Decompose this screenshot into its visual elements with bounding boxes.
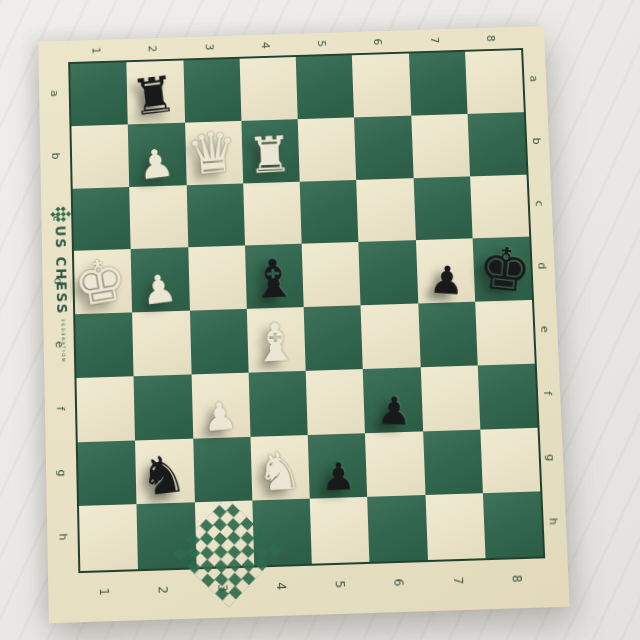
rank-label-4: 4	[263, 556, 299, 617]
rank-label-1: 1	[86, 561, 122, 622]
square-e6[interactable]	[361, 303, 420, 368]
us-chess-logo-subtext: FEDERATION	[60, 319, 66, 362]
us-chess-federation-logo: US CHESS FEDERATION	[46, 206, 77, 363]
file-label-e: e	[512, 317, 577, 341]
file-label-g: g	[29, 459, 94, 485]
vinyl-chess-board: 12345678 12345678 abcdefgh abcdefgh US C…	[38, 26, 569, 623]
square-d4[interactable]: ♝	[245, 244, 304, 309]
file-label-c: c	[507, 191, 571, 215]
square-d6[interactable]	[359, 240, 418, 305]
square-f3[interactable]: ♟	[191, 372, 250, 438]
white-pawn-d2[interactable]: ♟	[139, 269, 178, 312]
rank-label-6: 6	[367, 14, 389, 70]
rank-label-7: 7	[439, 550, 476, 611]
black-pawn-f6[interactable]: ♟	[376, 391, 411, 430]
us-chess-diamond-icon	[50, 204, 71, 225]
square-b7[interactable]	[411, 114, 470, 178]
square-d8[interactable]: ♚	[472, 237, 532, 302]
square-d3[interactable]	[188, 246, 247, 311]
square-e3[interactable]	[189, 309, 248, 374]
rank-label-1: 1	[86, 23, 107, 79]
square-d1[interactable]: ♚	[74, 249, 132, 314]
square-c2[interactable]	[129, 185, 187, 250]
file-label-a: a	[22, 81, 85, 106]
square-e5[interactable]	[304, 305, 363, 370]
square-c3[interactable]	[186, 183, 245, 248]
black-pawn-g5[interactable]: ♟	[321, 458, 355, 496]
square-c5[interactable]	[300, 179, 359, 243]
rank-label-5: 5	[311, 16, 333, 72]
rank-labels-bottom: 12345678	[74, 560, 546, 610]
black-knight-g2[interactable]: ♞	[137, 447, 189, 504]
black-bishop-d4[interactable]: ♝	[249, 252, 299, 307]
square-a2[interactable]: ♜	[127, 60, 185, 124]
square-g2[interactable]: ♞	[135, 438, 194, 504]
file-label-f: f	[515, 381, 580, 405]
file-label-a: a	[501, 67, 565, 90]
file-label-g: g	[517, 445, 582, 469]
square-c6[interactable]	[356, 178, 415, 242]
square-c7[interactable]	[413, 176, 472, 240]
white-king-d1[interactable]: ♚	[69, 249, 131, 316]
square-d5[interactable]	[302, 242, 361, 307]
square-d7[interactable]: ♟	[415, 239, 474, 304]
square-e7[interactable]	[418, 302, 478, 367]
square-g3[interactable]	[193, 436, 252, 502]
rank-label-2: 2	[145, 560, 181, 621]
white-rook-b4[interactable]: ♜	[247, 130, 294, 181]
white-pawn-b2[interactable]: ♟	[136, 143, 176, 186]
chess-board-grid: ♜♟♛♜♚♟♝♟♚♝♟♟♞♞♟	[68, 48, 545, 573]
square-b6[interactable]	[354, 115, 413, 179]
rank-label-8: 8	[480, 10, 502, 66]
rank-label-3: 3	[198, 19, 219, 75]
black-king-d8[interactable]: ♚	[476, 238, 534, 302]
file-label-b: b	[504, 129, 568, 152]
square-g7[interactable]	[423, 429, 483, 495]
rank-label-7: 7	[423, 12, 445, 68]
white-pawn-f3[interactable]: ♟	[201, 396, 238, 437]
file-label-h: h	[520, 509, 585, 533]
square-b2[interactable]: ♟	[128, 122, 186, 186]
square-c4[interactable]	[243, 181, 302, 245]
square-f4[interactable]	[248, 371, 307, 437]
rank-label-8: 8	[498, 548, 535, 609]
white-bishop-e4[interactable]: ♝	[251, 316, 301, 371]
us-chess-logo-text: US CHESS	[53, 225, 71, 315]
square-g6[interactable]	[365, 431, 425, 497]
square-b4[interactable]: ♜	[241, 119, 300, 183]
file-label-f: f	[28, 395, 92, 421]
black-pawn-d7[interactable]: ♟	[428, 261, 465, 302]
rank-label-3: 3	[204, 558, 240, 619]
square-f5[interactable]	[306, 369, 365, 435]
rank-label-5: 5	[322, 554, 358, 615]
white-knight-g4[interactable]: ♞	[255, 445, 304, 499]
square-e2[interactable]	[132, 311, 191, 376]
black-rook-a2[interactable]: ♜	[128, 69, 179, 124]
table-background: 12345678 12345678 abcdefgh abcdefgh US C…	[0, 0, 640, 640]
rank-label-4: 4	[255, 17, 276, 73]
square-b3[interactable]: ♛	[185, 121, 243, 185]
square-g4[interactable]: ♞	[250, 435, 310, 501]
square-e4[interactable]: ♝	[247, 307, 306, 372]
white-queen-b3[interactable]: ♛	[185, 124, 241, 185]
square-b5[interactable]	[298, 117, 357, 181]
file-label-h: h	[30, 524, 95, 550]
square-f2[interactable]	[134, 374, 193, 440]
square-f6[interactable]: ♟	[363, 367, 423, 433]
square-d2[interactable]: ♟	[131, 247, 190, 312]
square-g5[interactable]: ♟	[308, 433, 368, 499]
file-label-b: b	[23, 143, 87, 168]
rank-label-6: 6	[381, 552, 418, 613]
square-f7[interactable]	[420, 365, 480, 431]
